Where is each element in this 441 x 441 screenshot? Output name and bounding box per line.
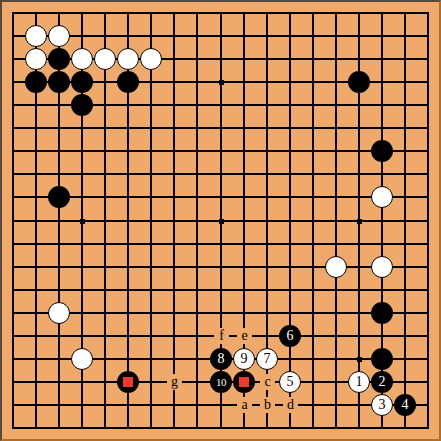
go-board[interactable]: abcdefg12345678910 bbox=[2, 2, 439, 439]
grid-line-horizontal bbox=[12, 404, 429, 406]
white-stone[interactable] bbox=[48, 25, 70, 47]
move-number: 5 bbox=[287, 375, 294, 389]
move-number: 9 bbox=[241, 352, 248, 366]
point-label-f[interactable]: f bbox=[214, 328, 229, 344]
white-stone-move-3[interactable]: 3 bbox=[371, 394, 393, 416]
star-point bbox=[219, 219, 224, 224]
white-stone-move-5[interactable]: 5 bbox=[279, 371, 301, 393]
black-stone[interactable] bbox=[48, 71, 70, 93]
black-stone[interactable] bbox=[48, 186, 70, 208]
black-stone[interactable] bbox=[25, 71, 47, 93]
grid-line-horizontal bbox=[12, 266, 429, 268]
grid-line-vertical bbox=[404, 12, 406, 429]
move-number: 7 bbox=[264, 352, 271, 366]
point-label-a[interactable]: a bbox=[237, 397, 252, 413]
grid-line-horizontal bbox=[12, 289, 429, 291]
grid-line-vertical bbox=[335, 12, 337, 429]
black-stone[interactable] bbox=[71, 71, 93, 93]
black-stone-move-4[interactable]: 4 bbox=[394, 394, 416, 416]
white-stone[interactable] bbox=[371, 256, 393, 278]
black-stone[interactable] bbox=[348, 71, 370, 93]
white-stone[interactable] bbox=[48, 302, 70, 324]
star-point bbox=[219, 80, 224, 85]
point-label-c[interactable]: c bbox=[260, 374, 275, 390]
white-stone[interactable] bbox=[371, 186, 393, 208]
red-square-mark-icon bbox=[123, 377, 133, 387]
black-stone[interactable] bbox=[71, 94, 93, 116]
grid-line-vertical bbox=[289, 12, 291, 429]
move-number: 1 bbox=[356, 375, 363, 389]
white-stone[interactable] bbox=[94, 48, 116, 70]
star-point bbox=[357, 357, 362, 362]
black-stone[interactable] bbox=[117, 71, 139, 93]
move-number: 4 bbox=[402, 398, 409, 412]
star-point bbox=[80, 219, 85, 224]
grid-line-horizontal bbox=[12, 427, 429, 429]
grid-line-vertical bbox=[427, 12, 429, 429]
white-stone[interactable] bbox=[25, 25, 47, 47]
white-stone[interactable] bbox=[71, 48, 93, 70]
white-stone[interactable] bbox=[117, 48, 139, 70]
grid-line-horizontal bbox=[12, 243, 429, 245]
point-label-b[interactable]: b bbox=[260, 397, 275, 413]
black-stone[interactable] bbox=[371, 140, 393, 162]
white-stone[interactable] bbox=[71, 348, 93, 370]
red-square-mark-icon bbox=[239, 377, 249, 387]
move-number: 8 bbox=[218, 352, 225, 366]
move-number: 6 bbox=[287, 329, 294, 343]
move-number: 2 bbox=[379, 375, 386, 389]
black-stone-move-10[interactable]: 10 bbox=[210, 371, 232, 393]
point-label-g[interactable]: g bbox=[167, 374, 182, 390]
move-number: 3 bbox=[379, 398, 386, 412]
black-stone[interactable] bbox=[371, 348, 393, 370]
point-label-d[interactable]: d bbox=[283, 397, 298, 413]
white-stone-move-1[interactable]: 1 bbox=[348, 371, 370, 393]
black-stone[interactable] bbox=[371, 302, 393, 324]
black-stone[interactable] bbox=[48, 48, 70, 70]
point-label-e[interactable]: e bbox=[237, 328, 252, 344]
star-point bbox=[357, 219, 362, 224]
grid-line-vertical bbox=[312, 12, 314, 429]
white-stone[interactable] bbox=[325, 256, 347, 278]
move-number: 10 bbox=[216, 377, 226, 388]
black-stone-move-6[interactable]: 6 bbox=[279, 325, 301, 347]
black-stone-marked[interactable] bbox=[117, 371, 139, 393]
white-stone[interactable] bbox=[25, 48, 47, 70]
white-stone-move-7[interactable]: 7 bbox=[256, 348, 278, 370]
black-stone-move-8[interactable]: 8 bbox=[210, 348, 232, 370]
black-stone-marked[interactable] bbox=[233, 371, 255, 393]
go-board-frame: abcdefg12345678910 bbox=[0, 0, 441, 441]
white-stone-move-9[interactable]: 9 bbox=[233, 348, 255, 370]
white-stone[interactable] bbox=[140, 48, 162, 70]
grid-line-horizontal bbox=[12, 312, 429, 314]
black-stone-move-2[interactable]: 2 bbox=[371, 371, 393, 393]
